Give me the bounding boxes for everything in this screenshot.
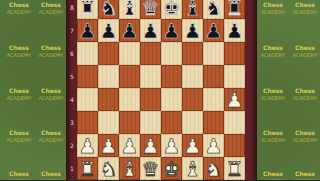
square-b2[interactable]: ♟ [98, 134, 119, 157]
square-a6[interactable] [77, 42, 98, 65]
watermark-line1: Chess [291, 1, 319, 9]
square-b4[interactable] [98, 88, 119, 111]
watermark-line2: ACADEMY [37, 178, 65, 181]
piece-black-pawn[interactable]: ♟ [226, 21, 244, 41]
watermark-line1: Chess [291, 44, 319, 52]
square-g8[interactable]: ♞ [203, 0, 224, 19]
square-f3[interactable] [182, 111, 203, 134]
square-c5[interactable] [119, 65, 140, 88]
square-a5[interactable] [77, 65, 98, 88]
square-g1[interactable]: ♞ [203, 157, 224, 180]
watermark-line2: ACADEMY [259, 9, 287, 15]
piece-white-queen[interactable]: ♛ [142, 159, 160, 179]
square-b5[interactable] [98, 65, 119, 88]
square-f4[interactable] [182, 88, 203, 111]
watermark-line1: Chess [37, 129, 65, 137]
watermark-line1: Chess [5, 87, 33, 95]
square-h2[interactable] [224, 134, 245, 157]
background-watermark: ChessACADEMY [5, 44, 33, 58]
watermark-line2: ACADEMY [259, 95, 287, 101]
background-watermark: ChessACADEMY [37, 87, 65, 101]
square-d8[interactable]: ♛ [140, 0, 161, 19]
watermark-line1: Chess [291, 170, 319, 178]
background-watermark: ChessACADEMY [291, 44, 319, 58]
piece-white-pawn[interactable]: ♟ [226, 90, 244, 110]
watermark-line1: Chess [291, 129, 319, 137]
piece-black-pawn[interactable]: ♟ [205, 21, 223, 41]
piece-black-pawn[interactable]: ♟ [79, 21, 97, 41]
square-b8[interactable]: ♞ [98, 0, 119, 19]
watermark-line2: ACADEMY [37, 95, 65, 101]
background-watermark: ChessACADEMY [37, 44, 65, 58]
watermark-line1: Chess [259, 44, 287, 52]
watermark-line2: ACADEMY [291, 95, 319, 101]
background-watermark: ChessACADEMY [5, 129, 33, 143]
square-d2[interactable]: ♟ [140, 134, 161, 157]
watermark-line2: ACADEMY [291, 9, 319, 15]
rank-label-5: 5 [67, 65, 77, 88]
piece-white-rook[interactable]: ♜ [79, 159, 97, 179]
square-b3[interactable] [98, 111, 119, 134]
background-watermark: ChessACADEMY [259, 1, 287, 15]
square-a4[interactable] [77, 88, 98, 111]
piece-black-pawn[interactable]: ♟ [163, 21, 181, 41]
square-c4[interactable] [119, 88, 140, 111]
background-watermark: ChessACADEMY [37, 170, 65, 180]
square-e6[interactable] [161, 42, 182, 65]
thumbnail-canvas: ChessACADEMYChessACADEMYChessACADEMYChes… [0, 0, 320, 180]
square-b1[interactable]: ♞ [98, 157, 119, 180]
piece-white-pawn[interactable]: ♟ [100, 136, 118, 156]
square-h4[interactable]: ♟ [224, 88, 245, 111]
background-watermark: ChessACADEMY [259, 170, 287, 180]
square-b6[interactable] [98, 42, 119, 65]
square-b7[interactable]: ♟ [98, 19, 119, 42]
watermark-line2: ACADEMY [259, 137, 287, 143]
square-f7[interactable]: ♟ [182, 19, 203, 42]
watermark-line2: ACADEMY [291, 137, 319, 143]
square-d4[interactable] [140, 88, 161, 111]
piece-black-pawn[interactable]: ♟ [100, 21, 118, 41]
piece-black-bishop[interactable]: ♝ [121, 0, 139, 18]
square-c1[interactable]: ♝ [119, 157, 140, 180]
watermark-line2: ACADEMY [291, 52, 319, 58]
square-a2[interactable]: ♟ [77, 134, 98, 157]
background-watermark: ChessACADEMY [259, 87, 287, 101]
piece-white-pawn[interactable]: ♟ [205, 136, 223, 156]
watermark-line2: ACADEMY [5, 137, 33, 143]
piece-white-king[interactable]: ♚ [163, 159, 181, 179]
piece-black-pawn[interactable]: ♟ [121, 21, 139, 41]
piece-white-bishop[interactable]: ♝ [121, 159, 139, 179]
watermark-line2: ACADEMY [5, 178, 33, 181]
watermark-line2: ACADEMY [37, 137, 65, 143]
piece-black-knight[interactable]: ♞ [205, 0, 223, 18]
square-h7[interactable]: ♟ [224, 19, 245, 42]
square-g2[interactable]: ♟ [203, 134, 224, 157]
piece-white-pawn[interactable]: ♟ [163, 136, 181, 156]
rank-label-8: 8 [67, 0, 77, 19]
background-watermark: ChessACADEMY [259, 44, 287, 58]
piece-white-knight[interactable]: ♞ [205, 159, 223, 179]
rank-label-2: 2 [67, 134, 77, 157]
watermark-line1: Chess [259, 129, 287, 137]
watermark-line2: ACADEMY [37, 9, 65, 15]
background-watermark: ChessACADEMY [291, 87, 319, 101]
square-g5[interactable] [203, 65, 224, 88]
background-watermark: ChessACADEMY [5, 1, 33, 15]
chess-board: 87654321 ♜♞♝♛♚♝♞♜♟♟♟♟♟♟♟♟♟♟♟♟♟♟♟♟♜♞♝♛♚♝♞… [66, 0, 257, 180]
rank-labels: 87654321 [67, 0, 77, 180]
watermark-line1: Chess [5, 44, 33, 52]
background-watermark: ChessACADEMY [291, 170, 319, 180]
watermark-line2: ACADEMY [291, 178, 319, 181]
square-a1[interactable]: ♜ [77, 157, 98, 180]
piece-black-pawn[interactable]: ♟ [184, 21, 202, 41]
watermark-line1: Chess [259, 1, 287, 9]
piece-black-bishop[interactable]: ♝ [184, 0, 202, 18]
rank-label-6: 6 [67, 42, 77, 65]
piece-white-rook[interactable]: ♜ [226, 159, 244, 179]
square-e7[interactable]: ♟ [161, 19, 182, 42]
background-watermark: ChessACADEMY [37, 1, 65, 15]
piece-black-rook[interactable]: ♜ [226, 0, 244, 18]
piece-white-knight[interactable]: ♞ [100, 159, 118, 179]
square-e1[interactable]: ♚ [161, 157, 182, 180]
watermark-line1: Chess [37, 87, 65, 95]
background-watermark: ChessACADEMY [259, 129, 287, 143]
piece-white-pawn[interactable]: ♟ [121, 136, 139, 156]
square-g4[interactable] [203, 88, 224, 111]
background-watermark: ChessACADEMY [5, 170, 33, 180]
background-watermark: ChessACADEMY [291, 129, 319, 143]
square-h3[interactable] [224, 111, 245, 134]
square-h5[interactable] [224, 65, 245, 88]
square-f6[interactable] [182, 42, 203, 65]
piece-black-pawn[interactable]: ♟ [142, 21, 160, 41]
square-f2[interactable]: ♟ [182, 134, 203, 157]
square-e2[interactable]: ♟ [161, 134, 182, 157]
watermark-line2: ACADEMY [5, 9, 33, 15]
watermark-line1: Chess [37, 44, 65, 52]
watermark-line2: ACADEMY [259, 178, 287, 181]
background-watermark: ChessACADEMY [37, 129, 65, 143]
watermark-line1: Chess [37, 170, 65, 178]
piece-black-knight[interactable]: ♞ [100, 0, 118, 18]
piece-white-pawn[interactable]: ♟ [142, 136, 160, 156]
square-e4[interactable] [161, 88, 182, 111]
square-c6[interactable] [119, 42, 140, 65]
square-g6[interactable] [203, 42, 224, 65]
square-d5[interactable] [140, 65, 161, 88]
square-a8[interactable]: ♜ [77, 0, 98, 19]
square-e3[interactable] [161, 111, 182, 134]
piece-white-bishop[interactable]: ♝ [184, 159, 202, 179]
watermark-line2: ACADEMY [37, 52, 65, 58]
square-f5[interactable] [182, 65, 203, 88]
watermark-line1: Chess [37, 1, 65, 9]
square-f1[interactable]: ♝ [182, 157, 203, 180]
square-h8[interactable]: ♜ [224, 0, 245, 19]
square-f8[interactable]: ♝ [182, 0, 203, 19]
square-c8[interactable]: ♝ [119, 0, 140, 19]
board-grid: ♜♞♝♛♚♝♞♜♟♟♟♟♟♟♟♟♟♟♟♟♟♟♟♟♜♞♝♛♚♝♞♜ [77, 0, 245, 180]
piece-white-pawn[interactable]: ♟ [184, 136, 202, 156]
piece-white-pawn[interactable]: ♟ [79, 136, 97, 156]
watermark-line2: ACADEMY [5, 52, 33, 58]
watermark-line2: ACADEMY [5, 95, 33, 101]
square-c7[interactable]: ♟ [119, 19, 140, 42]
square-g3[interactable] [203, 111, 224, 134]
rank-label-7: 7 [67, 19, 77, 42]
background-watermark: ChessACADEMY [5, 87, 33, 101]
square-a7[interactable]: ♟ [77, 19, 98, 42]
square-d6[interactable] [140, 42, 161, 65]
watermark-line1: Chess [259, 87, 287, 95]
square-d3[interactable] [140, 111, 161, 134]
square-g7[interactable]: ♟ [203, 19, 224, 42]
watermark-line1: Chess [259, 170, 287, 178]
watermark-line1: Chess [5, 129, 33, 137]
square-h6[interactable] [224, 42, 245, 65]
rank-label-1: 1 [67, 157, 77, 180]
watermark-line2: ACADEMY [259, 52, 287, 58]
rank-label-3: 3 [67, 111, 77, 134]
square-e5[interactable] [161, 65, 182, 88]
square-c2[interactable]: ♟ [119, 134, 140, 157]
square-e8[interactable]: ♚ [161, 0, 182, 19]
square-c3[interactable] [119, 111, 140, 134]
piece-black-rook[interactable]: ♜ [79, 0, 97, 18]
piece-black-king[interactable]: ♚ [163, 0, 181, 18]
square-d7[interactable]: ♟ [140, 19, 161, 42]
rank-label-4: 4 [67, 88, 77, 111]
piece-black-queen[interactable]: ♛ [142, 0, 160, 18]
square-h1[interactable]: ♜ [224, 157, 245, 180]
square-d1[interactable]: ♛ [140, 157, 161, 180]
background-watermark: ChessACADEMY [291, 1, 319, 15]
watermark-line1: Chess [5, 1, 33, 9]
watermark-line1: Chess [5, 170, 33, 178]
watermark-line1: Chess [291, 87, 319, 95]
square-a3[interactable] [77, 111, 98, 134]
